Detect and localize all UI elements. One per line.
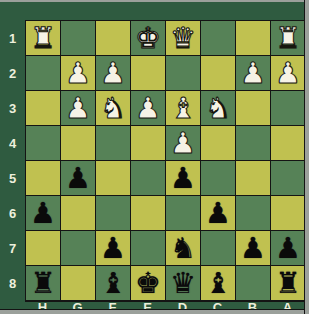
square-g1[interactable] bbox=[61, 21, 96, 56]
square-f1[interactable] bbox=[96, 21, 131, 56]
rank-label-5: 5 bbox=[0, 161, 25, 196]
rank-label-3: 3 bbox=[0, 91, 25, 126]
square-b6[interactable] bbox=[236, 196, 271, 231]
black-king-icon: ♚ bbox=[135, 267, 161, 300]
rank-label-8: 8 bbox=[0, 266, 25, 301]
rank-label-6: 6 bbox=[0, 196, 25, 231]
white-king-icon: ♚ bbox=[135, 22, 161, 55]
square-e2[interactable] bbox=[131, 56, 166, 91]
black-pawn-icon: ♟ bbox=[30, 197, 56, 230]
square-h7[interactable] bbox=[26, 231, 61, 266]
window-edge-top bbox=[0, 0, 309, 2]
rank-label-7: 7 bbox=[0, 231, 25, 266]
rank-labels: 12345678 bbox=[0, 21, 25, 301]
square-a8[interactable]: ♜ bbox=[271, 266, 306, 301]
white-pawn-icon: ♟ bbox=[240, 57, 266, 90]
square-b3[interactable] bbox=[236, 91, 271, 126]
square-d2[interactable] bbox=[166, 56, 201, 91]
square-h1[interactable]: ♜ bbox=[26, 21, 61, 56]
black-pawn-icon: ♟ bbox=[240, 232, 266, 265]
square-h3[interactable] bbox=[26, 91, 61, 126]
square-e6[interactable] bbox=[131, 196, 166, 231]
square-a5[interactable] bbox=[271, 161, 306, 196]
square-g7[interactable] bbox=[61, 231, 96, 266]
square-h8[interactable]: ♜ bbox=[26, 266, 61, 301]
square-e1[interactable]: ♚ bbox=[131, 21, 166, 56]
square-g3[interactable]: ♟ bbox=[61, 91, 96, 126]
square-f6[interactable] bbox=[96, 196, 131, 231]
white-knight-icon: ♞ bbox=[205, 92, 231, 125]
square-a7[interactable]: ♟ bbox=[271, 231, 306, 266]
square-d1[interactable]: ♛ bbox=[166, 21, 201, 56]
square-b5[interactable] bbox=[236, 161, 271, 196]
square-f2[interactable]: ♟ bbox=[96, 56, 131, 91]
black-pawn-icon: ♟ bbox=[100, 232, 126, 265]
rank-label-1: 1 bbox=[0, 21, 25, 56]
square-e3[interactable]: ♟ bbox=[131, 91, 166, 126]
black-pawn-icon: ♟ bbox=[65, 162, 91, 195]
black-queen-icon: ♛ bbox=[170, 267, 196, 300]
square-g8[interactable] bbox=[61, 266, 96, 301]
square-g5[interactable]: ♟ bbox=[61, 161, 96, 196]
square-b8[interactable] bbox=[236, 266, 271, 301]
square-a3[interactable] bbox=[271, 91, 306, 126]
square-b2[interactable]: ♟ bbox=[236, 56, 271, 91]
white-knight-icon: ♞ bbox=[100, 92, 126, 125]
white-pawn-icon: ♟ bbox=[65, 57, 91, 90]
black-pawn-icon: ♟ bbox=[170, 162, 196, 195]
square-d3[interactable]: ♝ bbox=[166, 91, 201, 126]
square-h4[interactable] bbox=[26, 126, 61, 161]
black-rook-icon: ♜ bbox=[30, 267, 56, 300]
square-e5[interactable] bbox=[131, 161, 166, 196]
square-g4[interactable] bbox=[61, 126, 96, 161]
white-pawn-icon: ♟ bbox=[100, 57, 126, 90]
white-bishop-icon: ♝ bbox=[170, 92, 196, 125]
square-a1[interactable]: ♜ bbox=[271, 21, 306, 56]
square-f7[interactable]: ♟ bbox=[96, 231, 131, 266]
square-f8[interactable]: ♝ bbox=[96, 266, 131, 301]
white-pawn-icon: ♟ bbox=[65, 92, 91, 125]
square-d6[interactable] bbox=[166, 196, 201, 231]
white-pawn-icon: ♟ bbox=[275, 57, 301, 90]
square-c7[interactable] bbox=[201, 231, 236, 266]
square-h5[interactable] bbox=[26, 161, 61, 196]
white-queen-icon: ♛ bbox=[170, 22, 196, 55]
white-pawn-icon: ♟ bbox=[170, 127, 196, 160]
square-c2[interactable] bbox=[201, 56, 236, 91]
black-bishop-icon: ♝ bbox=[205, 267, 231, 300]
square-d5[interactable]: ♟ bbox=[166, 161, 201, 196]
square-b1[interactable] bbox=[236, 21, 271, 56]
square-h2[interactable] bbox=[26, 56, 61, 91]
square-c8[interactable]: ♝ bbox=[201, 266, 236, 301]
white-rook-icon: ♜ bbox=[275, 22, 301, 55]
square-f5[interactable] bbox=[96, 161, 131, 196]
black-pawn-icon: ♟ bbox=[275, 232, 301, 265]
black-pawn-icon: ♟ bbox=[205, 197, 231, 230]
white-rook-icon: ♜ bbox=[30, 22, 56, 55]
rank-label-4: 4 bbox=[0, 126, 25, 161]
square-g2[interactable]: ♟ bbox=[61, 56, 96, 91]
square-a4[interactable] bbox=[271, 126, 306, 161]
white-pawn-icon: ♟ bbox=[135, 92, 161, 125]
square-c4[interactable] bbox=[201, 126, 236, 161]
black-knight-icon: ♞ bbox=[170, 232, 196, 265]
window-edge-right bbox=[304, 0, 309, 314]
rank-label-2: 2 bbox=[0, 56, 25, 91]
window-edge-bottom bbox=[0, 309, 309, 314]
square-f4[interactable] bbox=[96, 126, 131, 161]
black-bishop-icon: ♝ bbox=[100, 267, 126, 300]
square-g6[interactable] bbox=[61, 196, 96, 231]
square-d8[interactable]: ♛ bbox=[166, 266, 201, 301]
square-c6[interactable]: ♟ bbox=[201, 196, 236, 231]
square-a2[interactable]: ♟ bbox=[271, 56, 306, 91]
square-a6[interactable] bbox=[271, 196, 306, 231]
square-h6[interactable]: ♟ bbox=[26, 196, 61, 231]
square-e7[interactable] bbox=[131, 231, 166, 266]
chess-app-window: 12345678 ♜♚♛♜♟♟♟♟♟♞♟♝♞♟♟♟♟♟♟♞♟♟♜♝♚♛♝♜ HG… bbox=[0, 0, 309, 314]
square-c3[interactable]: ♞ bbox=[201, 91, 236, 126]
square-d4[interactable]: ♟ bbox=[166, 126, 201, 161]
square-e8[interactable]: ♚ bbox=[131, 266, 166, 301]
square-b4[interactable] bbox=[236, 126, 271, 161]
square-e4[interactable] bbox=[131, 126, 166, 161]
square-b7[interactable]: ♟ bbox=[236, 231, 271, 266]
square-d7[interactable]: ♞ bbox=[166, 231, 201, 266]
board: ♜♚♛♜♟♟♟♟♟♞♟♝♞♟♟♟♟♟♟♞♟♟♜♝♚♛♝♜ bbox=[25, 20, 307, 302]
black-rook-icon: ♜ bbox=[275, 267, 301, 300]
square-c1[interactable] bbox=[201, 21, 236, 56]
square-f3[interactable]: ♞ bbox=[96, 91, 131, 126]
square-c5[interactable] bbox=[201, 161, 236, 196]
